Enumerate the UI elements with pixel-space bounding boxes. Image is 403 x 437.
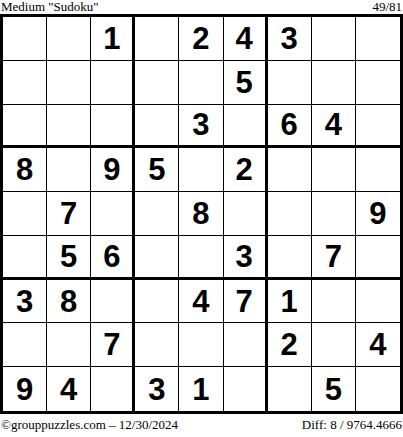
cell-r8c4[interactable]	[135, 323, 179, 367]
cell-r7c7: 1	[268, 280, 312, 324]
cell-r8c5[interactable]	[179, 323, 223, 367]
cell-r6c1[interactable]	[3, 236, 47, 280]
cell-r3c5: 3	[179, 105, 223, 149]
cell-r1c2[interactable]	[47, 17, 91, 61]
sudoku-board: 12435364895278956373847172494315	[0, 14, 403, 414]
cell-r4c9[interactable]	[356, 148, 400, 192]
cell-r3c9[interactable]	[356, 105, 400, 149]
cell-r8c1[interactable]	[3, 323, 47, 367]
cell-r9c4: 3	[135, 367, 179, 411]
cell-r6c7[interactable]	[268, 236, 312, 280]
cell-r9c3[interactable]	[91, 367, 135, 411]
cell-r8c6[interactable]	[224, 323, 268, 367]
cell-r2c1[interactable]	[3, 61, 47, 105]
cell-r6c9[interactable]	[356, 236, 400, 280]
copyright-text: ©grouppuzzles.com – 12/30/2024	[1, 417, 178, 433]
cell-r4c6: 2	[224, 148, 268, 192]
cell-r3c1[interactable]	[3, 105, 47, 149]
cell-r7c3[interactable]	[91, 280, 135, 324]
cell-r5c2: 7	[47, 192, 91, 236]
cell-r7c8[interactable]	[312, 280, 356, 324]
cell-r6c2: 5	[47, 236, 91, 280]
cell-r2c2[interactable]	[47, 61, 91, 105]
cell-r3c3[interactable]	[91, 105, 135, 149]
cell-r6c4[interactable]	[135, 236, 179, 280]
cell-r3c2[interactable]	[47, 105, 91, 149]
cell-r4c8[interactable]	[312, 148, 356, 192]
cell-r1c3: 1	[91, 17, 135, 61]
cell-r4c4: 5	[135, 148, 179, 192]
cell-r7c5: 4	[179, 280, 223, 324]
cell-r5c1[interactable]	[3, 192, 47, 236]
cell-r1c1[interactable]	[3, 17, 47, 61]
header: Medium "Sudoku" 49/81	[0, 0, 403, 14]
cell-r4c2[interactable]	[47, 148, 91, 192]
cell-r5c4[interactable]	[135, 192, 179, 236]
cell-r4c7[interactable]	[268, 148, 312, 192]
cell-r1c9[interactable]	[356, 17, 400, 61]
cell-r2c9[interactable]	[356, 61, 400, 105]
cell-r2c3[interactable]	[91, 61, 135, 105]
cell-r2c6: 5	[224, 61, 268, 105]
cell-r9c2: 4	[47, 367, 91, 411]
cell-r1c7: 3	[268, 17, 312, 61]
cell-r3c8: 4	[312, 105, 356, 149]
cell-r9c5: 1	[179, 367, 223, 411]
cell-r6c8: 7	[312, 236, 356, 280]
cell-r3c6[interactable]	[224, 105, 268, 149]
cell-r6c3: 6	[91, 236, 135, 280]
remaining-counter: 49/81	[372, 0, 402, 14]
cell-r1c6: 4	[224, 17, 268, 61]
cell-r5c3[interactable]	[91, 192, 135, 236]
cell-r7c1: 3	[3, 280, 47, 324]
cell-r6c6: 3	[224, 236, 268, 280]
cell-r1c8[interactable]	[312, 17, 356, 61]
cell-r2c4[interactable]	[135, 61, 179, 105]
cell-r8c8[interactable]	[312, 323, 356, 367]
footer: ©grouppuzzles.com – 12/30/2024 Diff: 8 /…	[0, 414, 403, 437]
cell-r5c5: 8	[179, 192, 223, 236]
cell-r3c7: 6	[268, 105, 312, 149]
cell-r5c7[interactable]	[268, 192, 312, 236]
puzzle-title: Medium "Sudoku"	[1, 0, 99, 14]
cell-r7c4[interactable]	[135, 280, 179, 324]
cell-r5c9: 9	[356, 192, 400, 236]
cell-r4c3: 9	[91, 148, 135, 192]
cell-r1c5: 2	[179, 17, 223, 61]
cell-r2c8[interactable]	[312, 61, 356, 105]
cell-r9c6[interactable]	[224, 367, 268, 411]
cell-r8c7: 2	[268, 323, 312, 367]
cell-r5c8[interactable]	[312, 192, 356, 236]
difficulty-text: Diff: 8 / 9764.4666	[302, 417, 402, 433]
cell-r9c1: 9	[3, 367, 47, 411]
cell-r7c6: 7	[224, 280, 268, 324]
cell-r2c7[interactable]	[268, 61, 312, 105]
cell-r8c3: 7	[91, 323, 135, 367]
cell-r4c5[interactable]	[179, 148, 223, 192]
cell-r8c9: 4	[356, 323, 400, 367]
cell-r9c9[interactable]	[356, 367, 400, 411]
cell-r2c5[interactable]	[179, 61, 223, 105]
cell-r7c9[interactable]	[356, 280, 400, 324]
cell-r9c8: 5	[312, 367, 356, 411]
cell-r3c4[interactable]	[135, 105, 179, 149]
cell-r9c7[interactable]	[268, 367, 312, 411]
cell-r7c2: 8	[47, 280, 91, 324]
sudoku-page: Medium "Sudoku" 49/81 124353648952789563…	[0, 0, 403, 437]
cell-r4c1: 8	[3, 148, 47, 192]
cell-r8c2[interactable]	[47, 323, 91, 367]
cell-r1c4[interactable]	[135, 17, 179, 61]
cell-r6c5[interactable]	[179, 236, 223, 280]
cell-r5c6[interactable]	[224, 192, 268, 236]
